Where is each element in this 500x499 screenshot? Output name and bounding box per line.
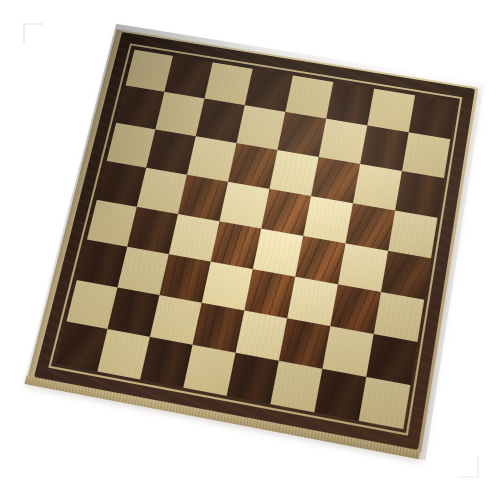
chess-board (34, 32, 475, 450)
square-g6 (353, 164, 402, 210)
product-photo-stage (0, 0, 500, 499)
chessboard-photo (0, 0, 500, 499)
square-f7 (319, 119, 367, 164)
square-f8 (326, 82, 374, 126)
square-f1 (270, 360, 322, 412)
square-g1 (314, 368, 366, 420)
square-f6 (311, 157, 360, 203)
square-g7 (360, 126, 408, 171)
square-h1 (358, 376, 410, 428)
square-h8 (408, 95, 456, 140)
square-g8 (367, 88, 415, 132)
